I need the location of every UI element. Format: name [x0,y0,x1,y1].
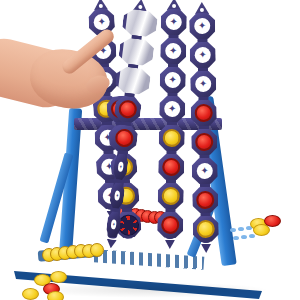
red-disc[interactable] [195,133,213,151]
spinner-strip-5[interactable]: ✦✦✦✦ [189,13,219,245]
yellow-tray-disc[interactable] [90,243,104,257]
yellow-disc[interactable] [163,129,181,147]
base-stud [241,235,247,239]
occupied-cell [158,154,184,180]
red-disc[interactable] [162,158,180,176]
empty-cell: ✦ [192,158,218,184]
base-stud [233,236,239,240]
empty-cell: ✦ [159,96,185,122]
red-disc[interactable] [161,216,179,234]
base-stud [230,228,236,232]
red-disc[interactable] [114,128,134,148]
base-stud [238,227,244,231]
product-photo-connect-four-spin: ✦✦✦✦✦✦✦✦✦✦✦✦✦✦✦✦✦✦ [0,0,300,300]
occupied-cell [191,129,217,155]
edge-on-empty-cell: ✦ [103,181,132,210]
spinner-blur-cell [117,66,146,95]
loose-yellow-disc[interactable] [47,291,64,300]
red-disc[interactable] [195,104,213,122]
yellow-disc[interactable] [162,187,180,205]
spinner-blur-cell [124,8,153,37]
occupied-cell [192,187,218,213]
loose-red-disc[interactable] [264,215,281,227]
spinner-blur-cell [120,37,149,66]
yellow-disc[interactable] [197,220,215,238]
spinner-strip-4[interactable]: ✦✦✦✦ [157,9,187,241]
empty-cell: ✦ [190,71,216,97]
occupied-cell [157,212,183,238]
empty-cell: ✦ [189,13,215,39]
edge-on-empty-cell: ✦ [106,152,135,181]
loose-yellow-disc[interactable] [50,271,67,283]
red-disc[interactable] [118,99,138,119]
occupied-cell [193,216,219,242]
red-disc[interactable] [196,191,214,209]
edge-on-empty-cell: ✦ [99,210,128,239]
occupied-cell [110,124,139,153]
occupied-cell [159,125,185,151]
occupied-cell [113,95,142,124]
empty-cell: ✦ [160,38,186,64]
occupied-cell [191,100,217,126]
empty-cell: ✦ [161,9,187,35]
empty-cell: ✦ [190,42,216,68]
occupied-cell [158,183,184,209]
empty-cell: ✦ [160,67,186,93]
floor-shadow [30,282,270,298]
base-stud [249,234,255,238]
loose-yellow-disc[interactable] [22,288,39,300]
